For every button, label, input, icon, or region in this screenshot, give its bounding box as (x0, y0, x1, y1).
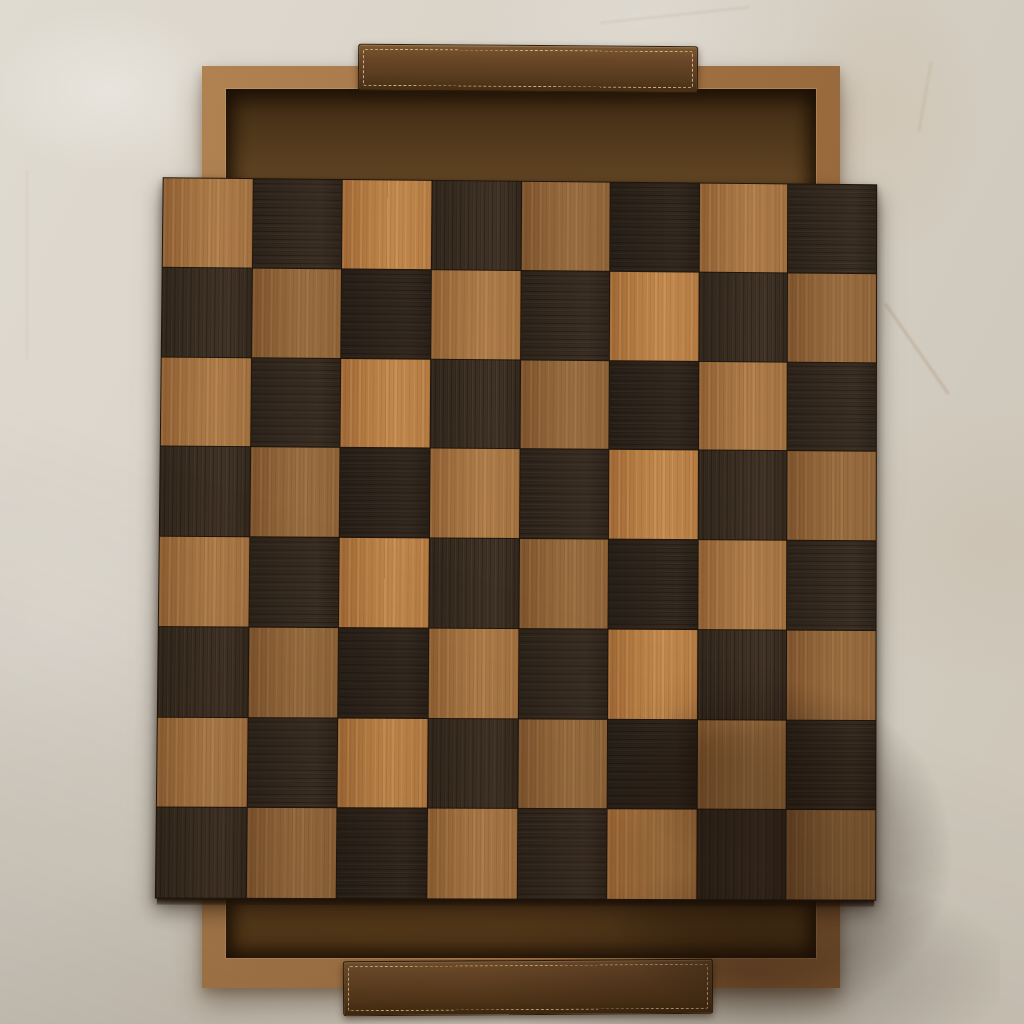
square-c5[interactable] (340, 448, 429, 537)
marble-vein (885, 303, 950, 394)
square-g1[interactable] (697, 810, 786, 900)
square-b8[interactable] (253, 179, 342, 268)
square-a4[interactable] (159, 537, 249, 627)
square-f7[interactable] (610, 272, 699, 361)
square-a7[interactable] (162, 268, 252, 357)
square-d6[interactable] (430, 359, 519, 448)
square-d3[interactable] (429, 628, 518, 718)
square-h1[interactable] (787, 810, 876, 899)
square-a2[interactable] (157, 717, 247, 807)
square-d2[interactable] (428, 718, 518, 808)
square-d8[interactable] (432, 181, 521, 270)
square-c1[interactable] (337, 808, 427, 898)
square-f8[interactable] (610, 183, 698, 272)
square-f6[interactable] (609, 361, 698, 450)
square-d7[interactable] (431, 270, 520, 359)
square-c3[interactable] (338, 628, 428, 718)
square-h3[interactable] (787, 630, 875, 719)
square-f2[interactable] (608, 719, 697, 809)
square-g7[interactable] (699, 272, 787, 361)
square-a1[interactable] (156, 808, 246, 898)
square-b6[interactable] (251, 358, 341, 447)
square-b2[interactable] (247, 718, 337, 808)
square-e4[interactable] (519, 539, 608, 628)
square-b4[interactable] (249, 537, 339, 627)
square-a3[interactable] (158, 627, 248, 717)
square-e2[interactable] (518, 719, 607, 809)
square-a8[interactable] (163, 178, 253, 267)
square-b1[interactable] (246, 808, 336, 898)
square-f1[interactable] (607, 809, 696, 899)
square-f5[interactable] (609, 450, 698, 539)
chess-board (155, 177, 877, 900)
marble-vein (918, 62, 932, 131)
square-d5[interactable] (430, 449, 519, 538)
square-c2[interactable] (338, 718, 428, 808)
square-e8[interactable] (521, 182, 610, 271)
square-e6[interactable] (520, 360, 609, 449)
square-c6[interactable] (341, 359, 430, 448)
square-h8[interactable] (788, 184, 876, 273)
marble-vein (26, 170, 28, 360)
square-g5[interactable] (698, 451, 786, 540)
square-g3[interactable] (698, 630, 787, 719)
square-a5[interactable] (160, 447, 250, 537)
leather-handle-top (358, 44, 698, 93)
square-f3[interactable] (608, 629, 697, 718)
square-c8[interactable] (342, 180, 431, 269)
square-c7[interactable] (341, 269, 430, 358)
square-b3[interactable] (248, 627, 338, 717)
marble-vein (600, 6, 749, 24)
square-d4[interactable] (429, 538, 518, 627)
square-g4[interactable] (698, 540, 787, 629)
square-h6[interactable] (788, 362, 876, 451)
square-d1[interactable] (427, 809, 517, 899)
square-g8[interactable] (699, 184, 787, 273)
square-h2[interactable] (787, 720, 876, 809)
leather-handle-bottom (343, 959, 713, 1017)
square-b5[interactable] (250, 447, 340, 536)
square-e1[interactable] (517, 809, 606, 899)
square-h5[interactable] (788, 451, 876, 540)
square-g6[interactable] (699, 361, 787, 450)
square-a6[interactable] (161, 357, 251, 446)
square-e5[interactable] (520, 449, 609, 538)
square-e7[interactable] (521, 271, 610, 360)
square-c4[interactable] (339, 538, 429, 627)
square-f4[interactable] (609, 540, 698, 629)
square-b7[interactable] (252, 268, 342, 357)
square-h7[interactable] (788, 273, 876, 362)
square-h4[interactable] (787, 541, 875, 630)
square-e3[interactable] (518, 629, 607, 718)
square-g2[interactable] (697, 720, 786, 809)
marble-surface: { "game": "chess", "scene": { "descripti… (0, 0, 1024, 1024)
